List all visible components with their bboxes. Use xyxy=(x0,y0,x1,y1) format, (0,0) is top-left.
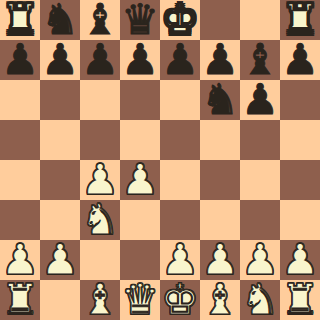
square-e3[interactable] xyxy=(160,200,200,240)
white-pawn-e2[interactable]: ♟ xyxy=(161,240,199,280)
square-a3[interactable] xyxy=(0,200,40,240)
square-e5[interactable] xyxy=(160,120,200,160)
square-a8[interactable]: ♜ xyxy=(0,0,40,40)
black-pawn-f7[interactable]: ♟ xyxy=(201,40,239,80)
square-e7[interactable]: ♟ xyxy=(160,40,200,80)
square-d2[interactable] xyxy=(120,240,160,280)
square-c5[interactable] xyxy=(80,120,120,160)
square-a4[interactable] xyxy=(0,160,40,200)
square-d8[interactable]: ♛ xyxy=(120,0,160,40)
square-f7[interactable]: ♟ xyxy=(200,40,240,80)
square-d6[interactable] xyxy=(120,80,160,120)
square-c1[interactable]: ♝ xyxy=(80,280,120,320)
black-bishop-g7[interactable]: ♝ xyxy=(241,40,279,80)
black-pawn-g6[interactable]: ♟ xyxy=(241,80,279,120)
square-h5[interactable] xyxy=(280,120,320,160)
square-b1[interactable] xyxy=(40,280,80,320)
white-queen-d1[interactable]: ♛ xyxy=(121,280,159,320)
black-rook-a8[interactable]: ♜ xyxy=(1,0,39,40)
square-a6[interactable] xyxy=(0,80,40,120)
white-rook-h1[interactable]: ♜ xyxy=(281,280,319,320)
black-queen-d8[interactable]: ♛ xyxy=(121,0,159,40)
square-e4[interactable] xyxy=(160,160,200,200)
white-bishop-c1[interactable]: ♝ xyxy=(81,280,119,320)
square-f8[interactable] xyxy=(200,0,240,40)
square-c7[interactable]: ♟ xyxy=(80,40,120,80)
white-knight-c3[interactable]: ♞ xyxy=(81,200,119,240)
square-h7[interactable]: ♟ xyxy=(280,40,320,80)
black-pawn-c7[interactable]: ♟ xyxy=(81,40,119,80)
square-h1[interactable]: ♜ xyxy=(280,280,320,320)
square-b6[interactable] xyxy=(40,80,80,120)
black-pawn-b7[interactable]: ♟ xyxy=(41,40,79,80)
square-c4[interactable]: ♟ xyxy=(80,160,120,200)
square-h2[interactable]: ♟ xyxy=(280,240,320,280)
black-knight-f6[interactable]: ♞ xyxy=(201,80,239,120)
square-d4[interactable]: ♟ xyxy=(120,160,160,200)
square-b8[interactable]: ♞ xyxy=(40,0,80,40)
square-f4[interactable] xyxy=(200,160,240,200)
white-pawn-g2[interactable]: ♟ xyxy=(241,240,279,280)
square-c2[interactable] xyxy=(80,240,120,280)
square-c3[interactable]: ♞ xyxy=(80,200,120,240)
square-g6[interactable]: ♟ xyxy=(240,80,280,120)
square-g3[interactable] xyxy=(240,200,280,240)
square-f3[interactable] xyxy=(200,200,240,240)
square-d3[interactable] xyxy=(120,200,160,240)
square-g1[interactable]: ♞ xyxy=(240,280,280,320)
square-f5[interactable] xyxy=(200,120,240,160)
square-h4[interactable] xyxy=(280,160,320,200)
square-a1[interactable]: ♜ xyxy=(0,280,40,320)
black-knight-b8[interactable]: ♞ xyxy=(41,0,79,40)
square-b5[interactable] xyxy=(40,120,80,160)
square-e2[interactable]: ♟ xyxy=(160,240,200,280)
square-h3[interactable] xyxy=(280,200,320,240)
square-g7[interactable]: ♝ xyxy=(240,40,280,80)
white-pawn-h2[interactable]: ♟ xyxy=(281,240,319,280)
white-pawn-a2[interactable]: ♟ xyxy=(1,240,39,280)
square-d5[interactable] xyxy=(120,120,160,160)
square-g2[interactable]: ♟ xyxy=(240,240,280,280)
square-e8[interactable]: ♚ xyxy=(160,0,200,40)
white-knight-g1[interactable]: ♞ xyxy=(241,280,279,320)
square-c8[interactable]: ♝ xyxy=(80,0,120,40)
black-pawn-e7[interactable]: ♟ xyxy=(161,40,199,80)
white-rook-a1[interactable]: ♜ xyxy=(1,280,39,320)
square-b4[interactable] xyxy=(40,160,80,200)
square-a7[interactable]: ♟ xyxy=(0,40,40,80)
black-pawn-h7[interactable]: ♟ xyxy=(281,40,319,80)
black-bishop-c8[interactable]: ♝ xyxy=(81,0,119,40)
square-a2[interactable]: ♟ xyxy=(0,240,40,280)
square-d7[interactable]: ♟ xyxy=(120,40,160,80)
square-f1[interactable]: ♝ xyxy=(200,280,240,320)
square-f6[interactable]: ♞ xyxy=(200,80,240,120)
white-bishop-f1[interactable]: ♝ xyxy=(201,280,239,320)
square-a5[interactable] xyxy=(0,120,40,160)
square-b2[interactable]: ♟ xyxy=(40,240,80,280)
black-pawn-d7[interactable]: ♟ xyxy=(121,40,159,80)
square-c6[interactable] xyxy=(80,80,120,120)
white-pawn-c4[interactable]: ♟ xyxy=(81,160,119,200)
square-g5[interactable] xyxy=(240,120,280,160)
square-h6[interactable] xyxy=(280,80,320,120)
black-pawn-a7[interactable]: ♟ xyxy=(1,40,39,80)
square-b3[interactable] xyxy=(40,200,80,240)
square-b7[interactable]: ♟ xyxy=(40,40,80,80)
white-king-e1[interactable]: ♚ xyxy=(161,280,199,320)
square-e1[interactable]: ♚ xyxy=(160,280,200,320)
square-g4[interactable] xyxy=(240,160,280,200)
white-pawn-f2[interactable]: ♟ xyxy=(201,240,239,280)
square-f2[interactable]: ♟ xyxy=(200,240,240,280)
square-h8[interactable]: ♜ xyxy=(280,0,320,40)
square-d1[interactable]: ♛ xyxy=(120,280,160,320)
square-g8[interactable] xyxy=(240,0,280,40)
black-king-e8[interactable]: ♚ xyxy=(161,0,199,40)
white-pawn-d4[interactable]: ♟ xyxy=(121,160,159,200)
chess-board: ♜♞♝♛♚♜♟♟♟♟♟♟♝♟♞♟♟♟♞♟♟♟♟♟♟♜♝♛♚♝♞♜ xyxy=(0,0,320,320)
black-rook-h8[interactable]: ♜ xyxy=(281,0,319,40)
square-e6[interactable] xyxy=(160,80,200,120)
white-pawn-b2[interactable]: ♟ xyxy=(41,240,79,280)
